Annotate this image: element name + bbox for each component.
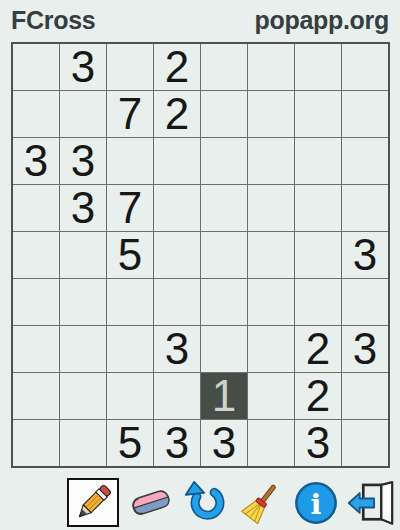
cell-r4c3[interactable]: 7 [107, 185, 153, 231]
cell-r7c6[interactable] [248, 326, 294, 372]
cell-r1c2[interactable]: 3 [60, 44, 106, 90]
cell-r9c7[interactable]: 3 [295, 420, 341, 466]
cell-r7c2[interactable] [60, 326, 106, 372]
cell-r1c4[interactable]: 2 [154, 44, 200, 90]
cell-r5c1[interactable] [13, 232, 59, 278]
cell-r8c3[interactable] [107, 373, 153, 419]
cell-r4c7[interactable] [295, 185, 341, 231]
cell-r1c7[interactable] [295, 44, 341, 90]
cell-r3c2[interactable]: 3 [60, 138, 106, 184]
cell-r6c6[interactable] [248, 279, 294, 325]
cell-r6c3[interactable] [107, 279, 153, 325]
cell-r2c1[interactable] [13, 91, 59, 137]
app-title: FCross [11, 6, 95, 35]
site-link[interactable]: popapp.org [255, 6, 389, 35]
cell-r9c2[interactable] [60, 420, 106, 466]
cell-r4c5[interactable] [201, 185, 247, 231]
broom-icon [239, 481, 283, 525]
pencil-tool-button[interactable] [67, 478, 119, 527]
cell-r8c4[interactable] [154, 373, 200, 419]
cell-r5c7[interactable] [295, 232, 341, 278]
cell-r8c7[interactable]: 2 [295, 373, 341, 419]
cell-r1c1[interactable] [13, 44, 59, 90]
cell-r6c1[interactable] [13, 279, 59, 325]
cell-r2c2[interactable] [60, 91, 106, 137]
undo-button[interactable] [182, 478, 229, 528]
cell-r3c1[interactable]: 3 [13, 138, 59, 184]
cell-r4c2[interactable]: 3 [60, 185, 106, 231]
exit-button[interactable] [347, 478, 394, 528]
cell-r3c8[interactable] [342, 138, 388, 184]
cell-r6c4[interactable] [154, 279, 200, 325]
cell-r7c5[interactable] [201, 326, 247, 372]
cell-r5c2[interactable] [60, 232, 106, 278]
cell-r9c4[interactable]: 3 [154, 420, 200, 466]
cell-r9c8[interactable] [342, 420, 388, 466]
cell-r2c8[interactable] [342, 91, 388, 137]
cell-r2c5[interactable] [201, 91, 247, 137]
cell-r8c8[interactable] [342, 373, 388, 419]
cell-r2c3[interactable]: 7 [107, 91, 153, 137]
cell-r1c3[interactable] [107, 44, 153, 90]
cell-r9c1[interactable] [13, 420, 59, 466]
cell-r2c4[interactable]: 2 [154, 91, 200, 137]
cell-r7c4[interactable]: 3 [154, 326, 200, 372]
cell-r4c1[interactable] [13, 185, 59, 231]
cell-r3c7[interactable] [295, 138, 341, 184]
cell-r1c8[interactable] [342, 44, 388, 90]
cell-r3c5[interactable] [201, 138, 247, 184]
cell-r6c5[interactable] [201, 279, 247, 325]
header: FCross popapp.org [0, 0, 400, 40]
cell-r8c5[interactable]: 1 [201, 373, 247, 419]
cell-r4c6[interactable] [248, 185, 294, 231]
cell-r3c6[interactable] [248, 138, 294, 184]
cell-r3c3[interactable] [107, 138, 153, 184]
undo-icon [184, 481, 228, 525]
cell-r5c6[interactable] [248, 232, 294, 278]
cell-r8c1[interactable] [13, 373, 59, 419]
eraser-tool-button[interactable] [127, 478, 174, 528]
svg-text:i: i [310, 487, 321, 521]
cell-r7c3[interactable] [107, 326, 153, 372]
cell-r4c8[interactable] [342, 185, 388, 231]
cell-r6c7[interactable] [295, 279, 341, 325]
cell-r7c7[interactable]: 2 [295, 326, 341, 372]
pencil-icon [71, 481, 115, 525]
cell-r6c2[interactable] [60, 279, 106, 325]
cell-r9c5[interactable]: 3 [201, 420, 247, 466]
puzzle-board[interactable]: 3272333753323125333 [11, 42, 390, 468]
cell-r1c5[interactable] [201, 44, 247, 90]
exit-door-icon [347, 480, 394, 526]
cell-r3c4[interactable] [154, 138, 200, 184]
cell-r2c6[interactable] [248, 91, 294, 137]
info-button[interactable]: i [292, 478, 339, 528]
cell-r5c4[interactable] [154, 232, 200, 278]
cell-r7c1[interactable] [13, 326, 59, 372]
cell-r8c2[interactable] [60, 373, 106, 419]
cell-r5c5[interactable] [201, 232, 247, 278]
toolbar: i [0, 476, 400, 529]
cell-r8c6[interactable] [248, 373, 294, 419]
cell-r7c8[interactable]: 3 [342, 326, 388, 372]
cell-r9c3[interactable]: 5 [107, 420, 153, 466]
cell-r6c8[interactable] [342, 279, 388, 325]
cell-r2c7[interactable] [295, 91, 341, 137]
clear-board-button[interactable] [237, 478, 284, 528]
cell-r5c3[interactable]: 5 [107, 232, 153, 278]
cell-r9c6[interactable] [248, 420, 294, 466]
cell-r1c6[interactable] [248, 44, 294, 90]
info-icon: i [293, 480, 339, 526]
cell-r5c8[interactable]: 3 [342, 232, 388, 278]
eraser-icon [128, 480, 174, 526]
cell-r4c4[interactable] [154, 185, 200, 231]
